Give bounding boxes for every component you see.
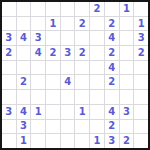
cell-r4c7[interactable]	[90, 46, 104, 60]
cell-r4c9[interactable]	[120, 46, 134, 60]
cell-r1c8[interactable]	[105, 2, 119, 16]
cell-r9c5[interactable]	[61, 120, 75, 134]
cell-r10c7[interactable]: 1	[90, 134, 104, 148]
cell-r4c10[interactable]: 2	[134, 46, 148, 60]
cell-r3c7[interactable]	[90, 31, 104, 45]
cell-r2c8[interactable]: 2	[105, 17, 119, 31]
cell-r10c6[interactable]	[75, 134, 89, 148]
cell-r9c4[interactable]	[46, 120, 60, 134]
cell-r10c8[interactable]: 3	[105, 134, 119, 148]
cell-r2c3[interactable]	[31, 17, 45, 31]
cell-r5c10[interactable]	[134, 61, 148, 75]
cell-r3c2[interactable]: 4	[17, 31, 31, 45]
cell-r8c9[interactable]: 3	[120, 105, 134, 119]
cell-r8c5[interactable]	[61, 105, 75, 119]
cell-r7c5[interactable]	[61, 90, 75, 104]
cell-r10c9[interactable]: 2	[120, 134, 134, 148]
cell-r5c7[interactable]	[90, 61, 104, 75]
cell-r9c3[interactable]	[31, 120, 45, 134]
cell-r10c3[interactable]	[31, 134, 45, 148]
cell-r10c5[interactable]	[61, 134, 75, 148]
cell-r9c6[interactable]	[75, 120, 89, 134]
cell-r6c8[interactable]: 2	[105, 75, 119, 89]
cell-r1c3[interactable]	[31, 2, 45, 16]
puzzle-thumbnail: 2112213434324232224242341143321132	[0, 0, 150, 150]
cell-r10c1[interactable]	[2, 134, 16, 148]
cell-r7c9[interactable]	[120, 90, 134, 104]
cell-r9c2[interactable]: 3	[17, 120, 31, 134]
cell-r10c4[interactable]	[46, 134, 60, 148]
cell-r5c6[interactable]	[75, 61, 89, 75]
cell-r6c9[interactable]	[120, 75, 134, 89]
cell-r1c6[interactable]	[75, 2, 89, 16]
cell-r1c9[interactable]: 1	[120, 2, 134, 16]
cell-r1c5[interactable]	[61, 2, 75, 16]
cell-r5c1[interactable]	[2, 61, 16, 75]
cell-r7c2[interactable]	[17, 90, 31, 104]
cell-r7c10[interactable]	[134, 90, 148, 104]
cell-r4c8[interactable]: 2	[105, 46, 119, 60]
cell-r6c1[interactable]	[2, 75, 16, 89]
cell-r8c6[interactable]: 1	[75, 105, 89, 119]
cell-r4c6[interactable]: 2	[75, 46, 89, 60]
cell-r4c2[interactable]	[17, 46, 31, 60]
cell-r4c5[interactable]: 3	[61, 46, 75, 60]
cell-r6c7[interactable]	[90, 75, 104, 89]
cell-r2c7[interactable]	[90, 17, 104, 31]
cell-r4c3[interactable]: 4	[31, 46, 45, 60]
cell-r8c2[interactable]: 4	[17, 105, 31, 119]
cell-r8c10[interactable]	[134, 105, 148, 119]
cell-r7c1[interactable]	[2, 90, 16, 104]
cell-r7c8[interactable]	[105, 90, 119, 104]
cell-r3c8[interactable]: 4	[105, 31, 119, 45]
cell-r9c8[interactable]: 2	[105, 120, 119, 134]
cell-r9c7[interactable]	[90, 120, 104, 134]
cell-r9c10[interactable]	[134, 120, 148, 134]
cell-r8c4[interactable]	[46, 105, 60, 119]
cell-r2c10[interactable]: 1	[134, 17, 148, 31]
cell-r8c1[interactable]: 3	[2, 105, 16, 119]
cell-r1c4[interactable]	[46, 2, 60, 16]
cell-r3c10[interactable]: 3	[134, 31, 148, 45]
cell-r5c5[interactable]	[61, 61, 75, 75]
cell-r2c9[interactable]	[120, 17, 134, 31]
cell-r5c3[interactable]	[31, 61, 45, 75]
cell-r2c6[interactable]: 2	[75, 17, 89, 31]
cell-r7c6[interactable]	[75, 90, 89, 104]
cell-r5c2[interactable]	[17, 61, 31, 75]
cell-r7c7[interactable]	[90, 90, 104, 104]
cell-r2c5[interactable]	[61, 17, 75, 31]
cell-r10c10[interactable]	[134, 134, 148, 148]
cell-r3c5[interactable]	[61, 31, 75, 45]
cell-r8c3[interactable]: 1	[31, 105, 45, 119]
cell-r3c6[interactable]	[75, 31, 89, 45]
cell-r6c10[interactable]	[134, 75, 148, 89]
cell-r8c8[interactable]: 4	[105, 105, 119, 119]
cell-r6c4[interactable]	[46, 75, 60, 89]
cell-r3c1[interactable]: 3	[2, 31, 16, 45]
cell-r7c3[interactable]	[31, 90, 45, 104]
cell-r1c10[interactable]	[134, 2, 148, 16]
cell-r2c4[interactable]: 1	[46, 17, 60, 31]
cell-r9c1[interactable]	[2, 120, 16, 134]
cell-r3c4[interactable]	[46, 31, 60, 45]
cell-r1c7[interactable]: 2	[90, 2, 104, 16]
cell-r5c8[interactable]: 4	[105, 61, 119, 75]
cell-r5c4[interactable]	[46, 61, 60, 75]
cell-r8c7[interactable]	[90, 105, 104, 119]
cell-r10c2[interactable]: 1	[17, 134, 31, 148]
cell-r6c6[interactable]	[75, 75, 89, 89]
cell-r6c5[interactable]: 4	[61, 75, 75, 89]
cell-r3c3[interactable]: 3	[31, 31, 45, 45]
cell-r2c2[interactable]	[17, 17, 31, 31]
cell-r7c4[interactable]	[46, 90, 60, 104]
cell-r1c2[interactable]	[17, 2, 31, 16]
cell-r6c3[interactable]	[31, 75, 45, 89]
cell-r5c9[interactable]	[120, 61, 134, 75]
cell-r4c4[interactable]: 2	[46, 46, 60, 60]
cell-r1c1[interactable]	[2, 2, 16, 16]
cell-r6c2[interactable]: 2	[17, 75, 31, 89]
cell-r2c1[interactable]	[2, 17, 16, 31]
cell-r3c9[interactable]	[120, 31, 134, 45]
cell-r4c1[interactable]: 2	[2, 46, 16, 60]
minesweeper-board: 2112213434324232224242341143321132	[0, 0, 150, 150]
cell-r9c9[interactable]	[120, 120, 134, 134]
